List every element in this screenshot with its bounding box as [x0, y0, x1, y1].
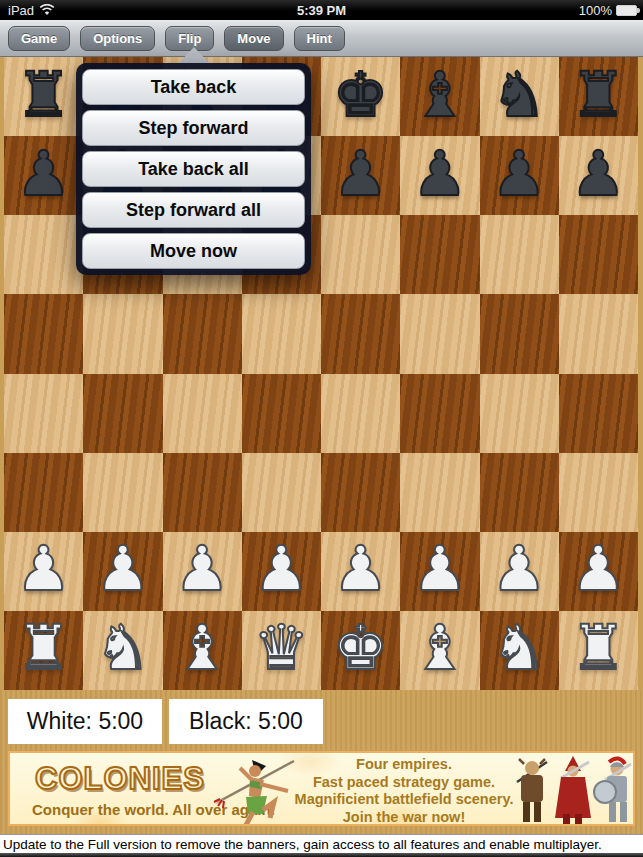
square-c1[interactable]: ♝ — [163, 611, 242, 690]
square-a4[interactable] — [4, 374, 83, 453]
square-a7[interactable]: ♟ — [4, 136, 83, 215]
square-f3[interactable] — [400, 453, 479, 532]
toolbar-button-move[interactable]: Move — [224, 26, 283, 51]
square-e3[interactable] — [321, 453, 400, 532]
square-g5[interactable] — [480, 294, 559, 373]
app-screen: iPad 5:39 PM 100% GameOptionsFlipMoveHin… — [0, 0, 643, 857]
black-clock-label: Black: 5:00 — [189, 708, 303, 735]
square-b4[interactable] — [83, 374, 162, 453]
square-f1[interactable]: ♝ — [400, 611, 479, 690]
white-rook-piece: ♜ — [571, 617, 627, 679]
black-pawn-piece: ♟ — [412, 143, 468, 205]
white-clock-label: White: 5:00 — [27, 708, 143, 735]
square-g2[interactable]: ♟ — [480, 532, 559, 611]
toolbar-button-hint[interactable]: Hint — [294, 26, 345, 51]
square-f2[interactable]: ♟ — [400, 532, 479, 611]
square-f8[interactable]: ♝ — [400, 57, 479, 136]
battery-percent: 100% — [579, 3, 612, 18]
white-bishop-piece: ♝ — [174, 617, 230, 679]
square-h1[interactable]: ♜ — [559, 611, 638, 690]
square-b1[interactable]: ♞ — [83, 611, 162, 690]
square-h4[interactable] — [559, 374, 638, 453]
white-pawn-piece: ♟ — [254, 538, 310, 600]
square-b3[interactable] — [83, 453, 162, 532]
square-d4[interactable] — [242, 374, 321, 453]
white-pawn-piece: ♟ — [95, 538, 151, 600]
menu-item-step-forward[interactable]: Step forward — [82, 110, 305, 146]
toolbar-button-game[interactable]: Game — [8, 26, 70, 51]
white-rook-piece: ♜ — [16, 617, 72, 679]
move-menu-body: Take backStep forwardTake back allStep f… — [76, 63, 311, 275]
black-pawn-piece: ♟ — [333, 143, 389, 205]
clock-label: 5:39 PM — [0, 3, 643, 18]
square-f6[interactable] — [400, 215, 479, 294]
square-d2[interactable]: ♟ — [242, 532, 321, 611]
square-g6[interactable] — [480, 215, 559, 294]
square-g3[interactable] — [480, 453, 559, 532]
ad-text-block: Four empires.Fast paced strategy game.Ma… — [278, 756, 530, 826]
white-pawn-piece: ♟ — [571, 538, 627, 600]
square-a6[interactable] — [4, 215, 83, 294]
white-pawn-piece: ♟ — [16, 538, 72, 600]
toolbar: GameOptionsFlipMoveHint — [0, 20, 643, 57]
square-c5[interactable] — [163, 294, 242, 373]
white-knight-piece: ♞ — [491, 617, 547, 679]
square-a2[interactable]: ♟ — [4, 532, 83, 611]
white-knight-piece: ♞ — [95, 617, 151, 679]
square-a3[interactable] — [4, 453, 83, 532]
menu-item-take-back-all[interactable]: Take back all — [82, 151, 305, 187]
menu-item-step-forward-all[interactable]: Step forward all — [82, 192, 305, 228]
square-e7[interactable]: ♟ — [321, 136, 400, 215]
amazon-warrior-figure — [208, 754, 308, 826]
square-c3[interactable] — [163, 453, 242, 532]
square-e6[interactable] — [321, 215, 400, 294]
lower-panel: White: 5:00 Black: 5:00 COLONIES Conquer… — [0, 690, 643, 834]
black-rook-piece: ♜ — [16, 64, 72, 126]
warrior-figures — [513, 756, 635, 824]
ad-line: Magnificient battlefield scenery. — [278, 791, 530, 809]
square-h6[interactable] — [559, 215, 638, 294]
square-d5[interactable] — [242, 294, 321, 373]
square-g7[interactable]: ♟ — [480, 136, 559, 215]
square-g1[interactable]: ♞ — [480, 611, 559, 690]
menu-item-take-back[interactable]: Take back — [82, 69, 305, 105]
white-pawn-piece: ♟ — [412, 538, 468, 600]
square-e2[interactable]: ♟ — [321, 532, 400, 611]
square-d1[interactable]: ♛ — [242, 611, 321, 690]
menu-item-move-now[interactable]: Move now — [82, 233, 305, 269]
square-h8[interactable]: ♜ — [559, 57, 638, 136]
toolbar-button-options[interactable]: Options — [80, 26, 155, 51]
ad-line: Join the war now! — [278, 809, 530, 827]
black-pawn-piece: ♟ — [16, 143, 72, 205]
square-a5[interactable] — [4, 294, 83, 373]
white-pawn-piece: ♟ — [333, 538, 389, 600]
black-pawn-piece: ♟ — [571, 143, 627, 205]
square-b5[interactable] — [83, 294, 162, 373]
ad-logo: COLONIES — [35, 761, 205, 797]
square-h5[interactable] — [559, 294, 638, 373]
popup-arrow-icon — [178, 47, 210, 64]
square-e5[interactable] — [321, 294, 400, 373]
white-pawn-piece: ♟ — [491, 538, 547, 600]
battery-icon — [616, 5, 637, 16]
white-pawn-piece: ♟ — [174, 538, 230, 600]
black-rook-piece: ♜ — [571, 64, 627, 126]
square-c2[interactable]: ♟ — [163, 532, 242, 611]
black-king-piece: ♚ — [333, 64, 389, 126]
bottom-strip — [0, 853, 643, 857]
ad-line: Four empires. — [278, 756, 530, 774]
square-h7[interactable]: ♟ — [559, 136, 638, 215]
square-h3[interactable] — [559, 453, 638, 532]
black-bishop-piece: ♝ — [412, 64, 468, 126]
black-clock: Black: 5:00 — [169, 699, 323, 744]
white-bishop-piece: ♝ — [412, 617, 468, 679]
square-d3[interactable] — [242, 453, 321, 532]
square-e1[interactable]: ♚ — [321, 611, 400, 690]
square-g4[interactable] — [480, 374, 559, 453]
square-e4[interactable] — [321, 374, 400, 453]
square-f7[interactable]: ♟ — [400, 136, 479, 215]
white-king-piece: ♚ — [333, 617, 389, 679]
square-c4[interactable] — [163, 374, 242, 453]
status-bar: iPad 5:39 PM 100% — [0, 0, 643, 20]
ad-banner[interactable]: COLONIES Conquer the world. All over aga… — [8, 751, 635, 826]
square-f4[interactable] — [400, 374, 479, 453]
black-pawn-piece: ♟ — [491, 143, 547, 205]
black-knight-piece: ♞ — [491, 64, 547, 126]
white-queen-piece: ♛ — [254, 617, 310, 679]
upgrade-notice: Update to the Full version to remove the… — [0, 834, 643, 853]
square-b2[interactable]: ♟ — [83, 532, 162, 611]
square-a1[interactable]: ♜ — [4, 611, 83, 690]
square-h2[interactable]: ♟ — [559, 532, 638, 611]
square-e8[interactable]: ♚ — [321, 57, 400, 136]
white-clock: White: 5:00 — [8, 699, 162, 744]
square-g8[interactable]: ♞ — [480, 57, 559, 136]
upgrade-notice-text: Update to the Full version to remove the… — [3, 837, 602, 852]
square-f5[interactable] — [400, 294, 479, 373]
square-a8[interactable]: ♜ — [4, 57, 83, 136]
ad-line: Fast paced strategy game. — [278, 774, 530, 792]
